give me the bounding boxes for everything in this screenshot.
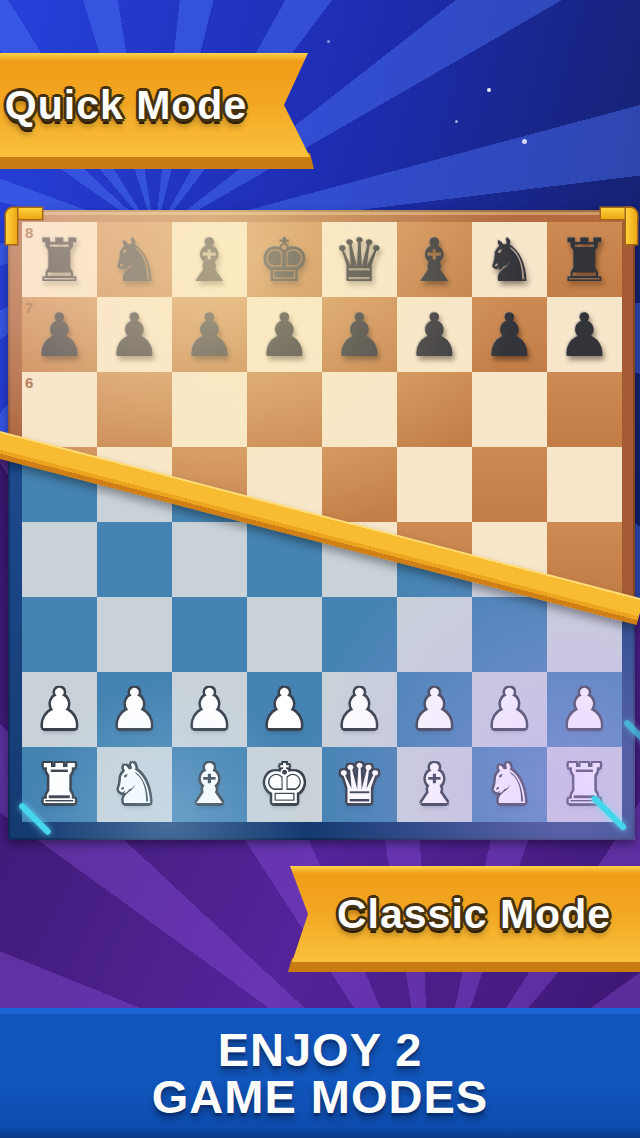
square-d2[interactable]: ♟ xyxy=(247,672,322,747)
square-b7[interactable]: ♟ xyxy=(97,297,172,372)
square-g3[interactable] xyxy=(472,597,547,672)
square-a1[interactable]: ♜ xyxy=(22,747,97,822)
piece-white-b: ♝ xyxy=(185,757,234,812)
piece-black-p: ♟ xyxy=(108,305,162,365)
piece-white-p: ♟ xyxy=(410,682,459,737)
square-g2[interactable]: ♟ xyxy=(472,672,547,747)
square-h5[interactable] xyxy=(547,447,622,522)
square-d8[interactable]: ♚ xyxy=(247,222,322,297)
square-b8[interactable]: ♞ xyxy=(97,222,172,297)
square-h7[interactable]: ♟ xyxy=(547,297,622,372)
square-h6[interactable] xyxy=(547,372,622,447)
square-f1[interactable]: ♝ xyxy=(397,747,472,822)
square-a6[interactable] xyxy=(22,372,97,447)
square-g5[interactable] xyxy=(472,447,547,522)
square-a4[interactable] xyxy=(22,522,97,597)
piece-white-p: ♟ xyxy=(110,682,159,737)
square-c1[interactable]: ♝ xyxy=(172,747,247,822)
piece-black-r: ♜ xyxy=(558,230,612,290)
gold-corner-icon xyxy=(6,208,17,244)
piece-white-p: ♟ xyxy=(185,682,234,737)
square-a8[interactable]: ♜ xyxy=(22,222,97,297)
piece-black-b: ♝ xyxy=(408,230,462,290)
square-a3[interactable] xyxy=(22,597,97,672)
quick-mode-label: Quick Mode xyxy=(0,53,252,157)
piece-black-p: ♟ xyxy=(258,305,312,365)
piece-black-p: ♟ xyxy=(333,305,387,365)
gold-corner-icon xyxy=(6,208,42,219)
piece-white-n: ♞ xyxy=(485,757,534,812)
square-e6[interactable] xyxy=(322,372,397,447)
piece-white-r: ♜ xyxy=(35,757,84,812)
piece-black-p: ♟ xyxy=(33,305,87,365)
piece-black-r: ♜ xyxy=(33,230,87,290)
piece-white-p: ♟ xyxy=(560,682,609,737)
square-h8[interactable]: ♜ xyxy=(547,222,622,297)
square-g8[interactable]: ♞ xyxy=(472,222,547,297)
square-e5[interactable] xyxy=(322,447,397,522)
piece-black-q: ♛ xyxy=(333,230,387,290)
piece-black-n: ♞ xyxy=(108,230,162,290)
piece-black-p: ♟ xyxy=(558,305,612,365)
square-g7[interactable]: ♟ xyxy=(472,297,547,372)
square-h1[interactable]: ♜ xyxy=(547,747,622,822)
square-c8[interactable]: ♝ xyxy=(172,222,247,297)
square-a7[interactable]: ♟ xyxy=(22,297,97,372)
piece-white-b: ♝ xyxy=(410,757,459,812)
square-c7[interactable]: ♟ xyxy=(172,297,247,372)
square-d3[interactable] xyxy=(247,597,322,672)
piece-white-p: ♟ xyxy=(260,682,309,737)
square-f8[interactable]: ♝ xyxy=(397,222,472,297)
square-e3[interactable] xyxy=(322,597,397,672)
caption-banner: ENJOY 2 GAME MODES xyxy=(0,1008,640,1138)
square-f3[interactable] xyxy=(397,597,472,672)
square-b4[interactable] xyxy=(97,522,172,597)
piece-black-p: ♟ xyxy=(408,305,462,365)
square-c4[interactable] xyxy=(172,522,247,597)
square-g1[interactable]: ♞ xyxy=(472,747,547,822)
square-e8[interactable]: ♛ xyxy=(322,222,397,297)
square-f5[interactable] xyxy=(397,447,472,522)
square-a2[interactable]: ♟ xyxy=(22,672,97,747)
square-e1[interactable]: ♛ xyxy=(322,747,397,822)
square-f6[interactable] xyxy=(397,372,472,447)
piece-white-p: ♟ xyxy=(485,682,534,737)
piece-white-r: ♜ xyxy=(560,757,609,812)
square-b2[interactable]: ♟ xyxy=(97,672,172,747)
gold-corner-icon xyxy=(601,208,637,219)
piece-white-q: ♛ xyxy=(335,757,384,812)
caption-line-2: GAME MODES xyxy=(152,1073,488,1120)
square-f2[interactable]: ♟ xyxy=(397,672,472,747)
square-b3[interactable] xyxy=(97,597,172,672)
square-c6[interactable] xyxy=(172,372,247,447)
square-c3[interactable] xyxy=(172,597,247,672)
square-h2[interactable]: ♟ xyxy=(547,672,622,747)
caption-line-1: ENJOY 2 xyxy=(218,1026,423,1073)
piece-black-p: ♟ xyxy=(183,305,237,365)
square-d1[interactable]: ♚ xyxy=(247,747,322,822)
square-d7[interactable]: ♟ xyxy=(247,297,322,372)
piece-black-k: ♚ xyxy=(258,230,312,290)
quick-mode-banner[interactable]: Quick Mode xyxy=(0,53,316,169)
piece-white-p: ♟ xyxy=(35,682,84,737)
screenshot-stage: ♜♞♝♚♛♝♞♜♟♟♟♟♟♟♟♟♟♟♟♟♟♟♟♟♜♞♝♚♛♝♞♜876 ♜♞♝♚… xyxy=(0,0,640,1138)
classic-mode-banner[interactable]: Classic Mode xyxy=(288,866,640,976)
square-b1[interactable]: ♞ xyxy=(97,747,172,822)
square-e2[interactable]: ♟ xyxy=(322,672,397,747)
square-f7[interactable]: ♟ xyxy=(397,297,472,372)
gold-corner-icon xyxy=(626,208,637,244)
piece-black-b: ♝ xyxy=(183,230,237,290)
square-c2[interactable]: ♟ xyxy=(172,672,247,747)
square-e7[interactable]: ♟ xyxy=(322,297,397,372)
cyan-corner-icon xyxy=(623,719,640,747)
piece-white-p: ♟ xyxy=(335,682,384,737)
square-g6[interactable] xyxy=(472,372,547,447)
piece-black-p: ♟ xyxy=(483,305,537,365)
piece-white-n: ♞ xyxy=(110,757,159,812)
square-d6[interactable] xyxy=(247,372,322,447)
piece-white-k: ♚ xyxy=(260,757,309,812)
piece-black-n: ♞ xyxy=(483,230,537,290)
classic-mode-label: Classic Mode xyxy=(308,866,640,962)
square-b6[interactable] xyxy=(97,372,172,447)
